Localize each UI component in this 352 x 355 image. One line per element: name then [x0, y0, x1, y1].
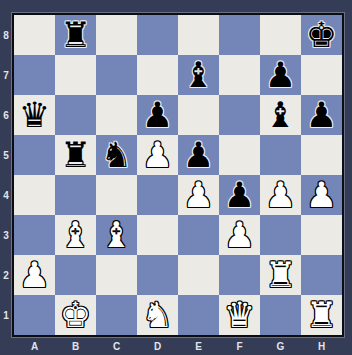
square-d2[interactable]	[137, 255, 178, 295]
piece-white-pawn[interactable]: ♟	[142, 135, 173, 175]
square-b1[interactable]: ♚	[55, 295, 96, 335]
rank-label-4: 4	[0, 175, 12, 215]
piece-black-pawn[interactable]: ♟	[183, 135, 214, 175]
piece-black-pawn[interactable]: ♟	[224, 175, 255, 215]
square-e3[interactable]	[178, 215, 219, 255]
rank-label-5: 5	[0, 135, 12, 175]
piece-black-pawn[interactable]: ♟	[306, 95, 337, 135]
piece-black-bishop[interactable]: ♝	[183, 55, 214, 95]
piece-white-rook[interactable]: ♜	[265, 255, 296, 295]
piece-white-rook[interactable]: ♜	[306, 295, 337, 335]
square-a2[interactable]: ♟	[14, 255, 55, 295]
rank-label-8: 8	[0, 15, 12, 55]
square-c7[interactable]	[96, 55, 137, 95]
file-label-b: B	[55, 339, 96, 354]
piece-white-king[interactable]: ♚	[60, 295, 91, 335]
rank-label-2: 2	[0, 255, 12, 295]
piece-white-bishop[interactable]: ♝	[101, 215, 132, 255]
square-c6[interactable]	[96, 95, 137, 135]
square-c5[interactable]: ♞	[96, 135, 137, 175]
square-c3[interactable]: ♝	[96, 215, 137, 255]
square-h5[interactable]	[301, 135, 342, 175]
square-b8[interactable]: ♜	[55, 15, 96, 55]
square-d8[interactable]	[137, 15, 178, 55]
square-d6[interactable]: ♟	[137, 95, 178, 135]
board: ♜♚♝♟♛♟♝♟♜♞♟♟♟♟♟♟♝♝♟♟♜♚♞♛♜	[14, 15, 342, 335]
square-d5[interactable]: ♟	[137, 135, 178, 175]
square-b4[interactable]	[55, 175, 96, 215]
file-label-h: H	[301, 339, 342, 354]
square-f4[interactable]: ♟	[219, 175, 260, 215]
file-labels: ABCDEFGH	[14, 339, 342, 354]
piece-black-king[interactable]: ♚	[306, 15, 337, 55]
piece-black-pawn[interactable]: ♟	[142, 95, 173, 135]
square-h1[interactable]: ♜	[301, 295, 342, 335]
square-c4[interactable]	[96, 175, 137, 215]
rank-label-3: 3	[0, 215, 12, 255]
square-g6[interactable]: ♝	[260, 95, 301, 135]
square-e7[interactable]: ♝	[178, 55, 219, 95]
square-b6[interactable]	[55, 95, 96, 135]
square-e1[interactable]	[178, 295, 219, 335]
square-f8[interactable]	[219, 15, 260, 55]
square-e8[interactable]	[178, 15, 219, 55]
square-g8[interactable]	[260, 15, 301, 55]
piece-black-bishop[interactable]: ♝	[265, 95, 296, 135]
square-b5[interactable]: ♜	[55, 135, 96, 175]
square-b3[interactable]: ♝	[55, 215, 96, 255]
square-h8[interactable]: ♚	[301, 15, 342, 55]
piece-white-bishop[interactable]: ♝	[60, 215, 91, 255]
square-d7[interactable]	[137, 55, 178, 95]
square-b7[interactable]	[55, 55, 96, 95]
piece-black-knight[interactable]: ♞	[101, 135, 132, 175]
piece-white-queen[interactable]: ♛	[224, 295, 255, 335]
piece-black-rook[interactable]: ♜	[60, 15, 91, 55]
square-g5[interactable]	[260, 135, 301, 175]
square-f6[interactable]	[219, 95, 260, 135]
square-a1[interactable]	[14, 295, 55, 335]
square-f3[interactable]: ♟	[219, 215, 260, 255]
square-h3[interactable]	[301, 215, 342, 255]
file-label-e: E	[178, 339, 219, 354]
piece-black-rook[interactable]: ♜	[60, 135, 91, 175]
rank-label-1: 1	[0, 295, 12, 335]
square-h2[interactable]	[301, 255, 342, 295]
square-g4[interactable]: ♟	[260, 175, 301, 215]
square-g1[interactable]	[260, 295, 301, 335]
square-c2[interactable]	[96, 255, 137, 295]
piece-white-pawn[interactable]: ♟	[183, 175, 214, 215]
square-h7[interactable]	[301, 55, 342, 95]
square-f2[interactable]	[219, 255, 260, 295]
square-d4[interactable]	[137, 175, 178, 215]
rank-label-6: 6	[0, 95, 12, 135]
square-a8[interactable]	[14, 15, 55, 55]
file-label-a: A	[14, 339, 55, 354]
piece-white-pawn[interactable]: ♟	[19, 255, 50, 295]
square-a3[interactable]	[14, 215, 55, 255]
square-a6[interactable]: ♛	[14, 95, 55, 135]
file-label-d: D	[137, 339, 178, 354]
square-g7[interactable]: ♟	[260, 55, 301, 95]
square-e2[interactable]	[178, 255, 219, 295]
square-e5[interactable]: ♟	[178, 135, 219, 175]
square-g3[interactable]	[260, 215, 301, 255]
square-a5[interactable]	[14, 135, 55, 175]
piece-white-pawn[interactable]: ♟	[265, 175, 296, 215]
piece-white-knight[interactable]: ♞	[142, 295, 173, 335]
square-e6[interactable]	[178, 95, 219, 135]
square-g2[interactable]: ♜	[260, 255, 301, 295]
piece-white-pawn[interactable]: ♟	[306, 175, 337, 215]
rank-labels: 87654321	[0, 15, 12, 335]
square-c1[interactable]	[96, 295, 137, 335]
chess-app: 87654321 ♜♚♝♟♛♟♝♟♜♞♟♟♟♟♟♟♝♝♟♟♜♚♞♛♜ ABCDE…	[0, 0, 352, 355]
piece-black-pawn[interactable]: ♟	[265, 55, 296, 95]
square-d1[interactable]: ♞	[137, 295, 178, 335]
square-a4[interactable]	[14, 175, 55, 215]
square-d3[interactable]	[137, 215, 178, 255]
square-h4[interactable]: ♟	[301, 175, 342, 215]
square-a7[interactable]	[14, 55, 55, 95]
square-f5[interactable]	[219, 135, 260, 175]
square-f1[interactable]: ♛	[219, 295, 260, 335]
piece-black-queen[interactable]: ♛	[19, 95, 50, 135]
rank-label-7: 7	[0, 55, 12, 95]
piece-white-pawn[interactable]: ♟	[224, 215, 255, 255]
square-f7[interactable]	[219, 55, 260, 95]
square-b2[interactable]	[55, 255, 96, 295]
square-h6[interactable]: ♟	[301, 95, 342, 135]
file-label-c: C	[96, 339, 137, 354]
square-e4[interactable]: ♟	[178, 175, 219, 215]
file-label-f: F	[219, 339, 260, 354]
board-frame: ♜♚♝♟♛♟♝♟♜♞♟♟♟♟♟♟♝♝♟♟♜♚♞♛♜	[12, 13, 344, 337]
file-label-g: G	[260, 339, 301, 354]
square-c8[interactable]	[96, 15, 137, 55]
